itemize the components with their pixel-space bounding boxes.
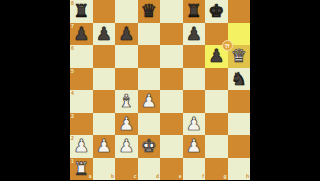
coordinate-file-c: c [134,174,137,179]
letterbox-left [0,0,70,180]
square-h5[interactable]: ♞ [228,68,251,91]
piece-white-pawn-c2[interactable]: ♟ [115,135,138,158]
square-e6[interactable] [160,45,183,68]
piece-white-king-d2[interactable]: ♚ [138,135,161,158]
square-f6[interactable] [183,45,206,68]
piece-black-rook-a8[interactable]: ♜ [70,0,93,23]
square-b8[interactable] [93,0,116,23]
square-d3[interactable] [138,113,161,136]
coordinate-file-e: e [179,174,182,179]
square-a5[interactable]: 5 [70,68,93,91]
move-annotation-badge: ?! [221,40,232,51]
piece-black-pawn-b7[interactable]: ♟ [93,23,116,46]
square-d8[interactable]: ♛ [138,0,161,23]
square-d2[interactable]: ♚ [138,135,161,158]
square-e8[interactable] [160,0,183,23]
square-h1[interactable]: h [228,158,251,181]
piece-white-pawn-a2[interactable]: ♟ [70,135,93,158]
square-g5[interactable] [205,68,228,91]
coordinate-file-d: d [156,174,159,179]
square-f1[interactable]: f [183,158,206,181]
square-d7[interactable] [138,23,161,46]
square-f7[interactable]: ♟ [183,23,206,46]
square-c4[interactable]: ♝ [115,90,138,113]
coordinate-file-g: g [223,174,226,179]
square-g4[interactable] [205,90,228,113]
piece-black-queen-d8[interactable]: ♛ [138,0,161,23]
piece-black-pawn-a7[interactable]: ♟ [70,23,93,46]
square-g6[interactable]: ♟?! [205,45,228,68]
coordinate-file-h: h [246,174,249,179]
square-c5[interactable] [115,68,138,91]
square-c1[interactable]: c [115,158,138,181]
piece-black-pawn-c7[interactable]: ♟ [115,23,138,46]
square-e1[interactable]: e [160,158,183,181]
square-g1[interactable]: g [205,158,228,181]
square-a4[interactable]: 4 [70,90,93,113]
square-f2[interactable]: ♟ [183,135,206,158]
square-e7[interactable] [160,23,183,46]
square-b7[interactable]: ♟ [93,23,116,46]
square-d5[interactable] [138,68,161,91]
chess-board: 8♜♛♜♚7♟♟♟♟6♟?!♛5♞4♝♟3♟♟2♟♟♟♚♟1a♜bcdefgh [70,0,250,180]
square-a3[interactable]: 3 [70,113,93,136]
square-c2[interactable]: ♟ [115,135,138,158]
square-e3[interactable] [160,113,183,136]
coordinate-rank-4: 4 [71,91,74,96]
square-a7[interactable]: 7♟ [70,23,93,46]
piece-white-pawn-f2[interactable]: ♟ [183,135,206,158]
piece-black-rook-f8[interactable]: ♜ [183,0,206,23]
square-c8[interactable] [115,0,138,23]
square-g8[interactable]: ♚ [205,0,228,23]
square-e2[interactable] [160,135,183,158]
coordinate-rank-3: 3 [71,114,74,119]
piece-black-king-g8[interactable]: ♚ [205,0,228,23]
square-f8[interactable]: ♜ [183,0,206,23]
square-b3[interactable] [93,113,116,136]
square-e5[interactable] [160,68,183,91]
square-c3[interactable]: ♟ [115,113,138,136]
square-f4[interactable] [183,90,206,113]
piece-white-pawn-d4[interactable]: ♟ [138,90,161,113]
square-b6[interactable] [93,45,116,68]
square-f3[interactable]: ♟ [183,113,206,136]
square-b1[interactable]: b [93,158,116,181]
piece-white-pawn-b2[interactable]: ♟ [93,135,116,158]
square-d4[interactable]: ♟ [138,90,161,113]
square-c6[interactable] [115,45,138,68]
piece-black-knight-h5[interactable]: ♞ [228,68,251,91]
square-h4[interactable] [228,90,251,113]
square-g2[interactable] [205,135,228,158]
piece-white-pawn-c3[interactable]: ♟ [115,113,138,136]
square-a1[interactable]: 1a♜ [70,158,93,181]
square-b4[interactable] [93,90,116,113]
square-e4[interactable] [160,90,183,113]
square-b2[interactable]: ♟ [93,135,116,158]
square-a8[interactable]: 8♜ [70,0,93,23]
piece-black-pawn-f7[interactable]: ♟ [183,23,206,46]
square-a2[interactable]: 2♟ [70,135,93,158]
square-c7[interactable]: ♟ [115,23,138,46]
piece-white-bishop-c4[interactable]: ♝ [115,90,138,113]
square-d6[interactable] [138,45,161,68]
square-h3[interactable] [228,113,251,136]
square-h2[interactable] [228,135,251,158]
square-a6[interactable]: 6 [70,45,93,68]
coordinate-rank-6: 6 [71,46,74,51]
letterbox-right [250,0,320,180]
coordinate-file-f: f [202,174,204,179]
square-b5[interactable] [93,68,116,91]
piece-white-pawn-f3[interactable]: ♟ [183,113,206,136]
square-h8[interactable] [228,0,251,23]
piece-white-rook-a1[interactable]: ♜ [70,158,93,181]
coordinate-file-b: b [111,174,114,179]
square-g3[interactable] [205,113,228,136]
coordinate-rank-5: 5 [71,69,74,74]
square-d1[interactable]: d [138,158,161,181]
square-f5[interactable] [183,68,206,91]
